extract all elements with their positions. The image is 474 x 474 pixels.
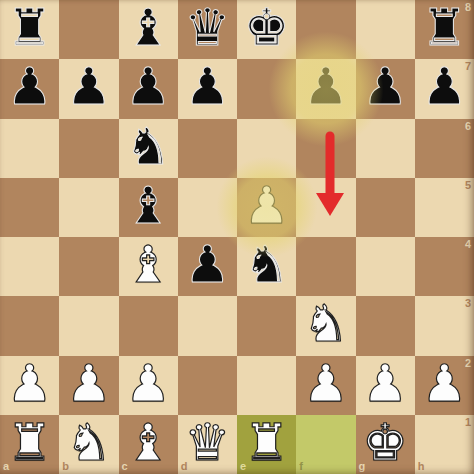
piece-black-pawn[interactable]: ♟ [422,61,468,112]
file-label-e: e [240,461,246,472]
square-h2[interactable]: ♟2 [415,356,474,415]
square-b6[interactable] [59,119,118,178]
square-g5[interactable] [356,178,415,237]
square-h7[interactable]: ♟7 [415,59,474,118]
piece-black-king[interactable]: ♚ [244,2,290,53]
square-e5[interactable]: ♟ [237,178,296,237]
piece-white-queen[interactable]: ♛ [185,417,231,468]
piece-black-rook[interactable]: ♜ [422,2,468,53]
square-c6[interactable]: ♞ [119,119,178,178]
square-d2[interactable] [178,356,237,415]
square-c4[interactable]: ♝ [119,237,178,296]
square-g1[interactable]: ♚g [356,415,415,474]
square-h6[interactable]: 6 [415,119,474,178]
square-a7[interactable]: ♟ [0,59,59,118]
piece-white-rook[interactable]: ♜ [7,417,53,468]
square-h8[interactable]: ♜8 [415,0,474,59]
rank-label-6: 6 [465,121,471,132]
file-label-b: b [62,461,69,472]
file-label-d: d [181,461,188,472]
square-a5[interactable] [0,178,59,237]
square-g2[interactable]: ♟ [356,356,415,415]
piece-black-pawn[interactable]: ♟ [185,61,231,112]
piece-black-queen[interactable]: ♛ [185,2,231,53]
square-e4[interactable]: ♞ [237,237,296,296]
square-d6[interactable] [178,119,237,178]
square-a2[interactable]: ♟ [0,356,59,415]
piece-white-king[interactable]: ♚ [362,417,408,468]
square-c3[interactable] [119,296,178,355]
square-b5[interactable] [59,178,118,237]
square-a6[interactable] [0,119,59,178]
piece-white-bishop[interactable]: ♝ [125,417,171,468]
rank-label-5: 5 [465,180,471,191]
square-d3[interactable] [178,296,237,355]
rank-label-3: 3 [465,298,471,309]
square-d8[interactable]: ♛ [178,0,237,59]
file-label-f: f [299,461,303,472]
square-c1[interactable]: ♝c [119,415,178,474]
piece-white-pawn[interactable]: ♟ [7,358,53,409]
square-a8[interactable]: ♜ [0,0,59,59]
piece-black-pawn[interactable]: ♟ [66,61,112,112]
piece-white-pawn[interactable]: ♟ [303,358,349,409]
piece-black-knight[interactable]: ♞ [125,121,171,172]
square-g6[interactable] [356,119,415,178]
square-f5[interactable] [296,178,355,237]
square-g4[interactable] [356,237,415,296]
square-b8[interactable] [59,0,118,59]
square-f7[interactable]: ♟ [296,59,355,118]
square-f1[interactable]: f [296,415,355,474]
square-f3[interactable]: ♞ [296,296,355,355]
piece-black-pawn[interactable]: ♟ [125,61,171,112]
square-d7[interactable]: ♟ [178,59,237,118]
square-b3[interactable] [59,296,118,355]
square-e8[interactable]: ♚ [237,0,296,59]
square-e6[interactable] [237,119,296,178]
file-label-a: a [3,461,9,472]
square-g8[interactable] [356,0,415,59]
piece-white-pawn[interactable]: ♟ [422,358,468,409]
square-f2[interactable]: ♟ [296,356,355,415]
piece-black-pawn[interactable]: ♟ [362,61,408,112]
rank-label-2: 2 [465,358,471,369]
square-e1[interactable]: ♜e [237,415,296,474]
piece-white-knight[interactable]: ♞ [66,417,112,468]
square-h1[interactable]: 1h [415,415,474,474]
square-h5[interactable]: 5 [415,178,474,237]
square-d5[interactable] [178,178,237,237]
piece-black-pawn[interactable]: ♟ [7,61,53,112]
chess-app: ♜♝♛♚♜8♟♟♟♟♟♟♟7♞6♝♟5♝♟♞4♞3♟♟♟♟♟♟2♜a♞b♝c♛d… [0,0,474,474]
square-e7[interactable] [237,59,296,118]
piece-white-pawn[interactable]: ♟ [244,180,290,231]
square-g7[interactable]: ♟ [356,59,415,118]
square-f6[interactable] [296,119,355,178]
rank-label-7: 7 [465,61,471,72]
square-g3[interactable] [356,296,415,355]
square-c5[interactable]: ♝ [119,178,178,237]
piece-white-bishop[interactable]: ♝ [125,239,171,290]
rank-label-4: 4 [465,239,471,250]
piece-black-knight[interactable]: ♞ [244,239,290,290]
piece-black-pawn[interactable]: ♟ [185,239,231,290]
chess-board: ♜♝♛♚♜8♟♟♟♟♟♟♟7♞6♝♟5♝♟♞4♞3♟♟♟♟♟♟2♜a♞b♝c♛d… [0,0,474,474]
square-b2[interactable]: ♟ [59,356,118,415]
rank-label-1: 1 [465,417,471,428]
square-e2[interactable] [237,356,296,415]
piece-white-pawn[interactable]: ♟ [362,358,408,409]
square-a4[interactable] [0,237,59,296]
square-d4[interactable]: ♟ [178,237,237,296]
square-b1[interactable]: ♞b [59,415,118,474]
square-b4[interactable] [59,237,118,296]
piece-black-bishop[interactable]: ♝ [125,2,171,53]
square-a3[interactable] [0,296,59,355]
square-d1[interactable]: ♛d [178,415,237,474]
piece-black-rook[interactable]: ♜ [7,2,53,53]
square-f8[interactable] [296,0,355,59]
piece-black-bishop[interactable]: ♝ [125,180,171,231]
piece-white-pawn[interactable]: ♟ [125,358,171,409]
square-c8[interactable]: ♝ [119,0,178,59]
file-label-h: h [418,461,425,472]
square-c7[interactable]: ♟ [119,59,178,118]
file-label-c: c [122,461,128,472]
square-e3[interactable] [237,296,296,355]
file-label-g: g [359,461,366,472]
square-c2[interactable]: ♟ [119,356,178,415]
square-h3[interactable]: 3 [415,296,474,355]
square-a1[interactable]: ♜a [0,415,59,474]
square-h4[interactable]: 4 [415,237,474,296]
square-b7[interactable]: ♟ [59,59,118,118]
piece-white-pawn[interactable]: ♟ [66,358,112,409]
rank-label-8: 8 [465,2,471,13]
square-f4[interactable] [296,237,355,296]
piece-white-knight[interactable]: ♞ [303,298,349,349]
piece-black-pawn[interactable]: ♟ [303,61,349,112]
piece-white-rook[interactable]: ♜ [244,417,290,468]
